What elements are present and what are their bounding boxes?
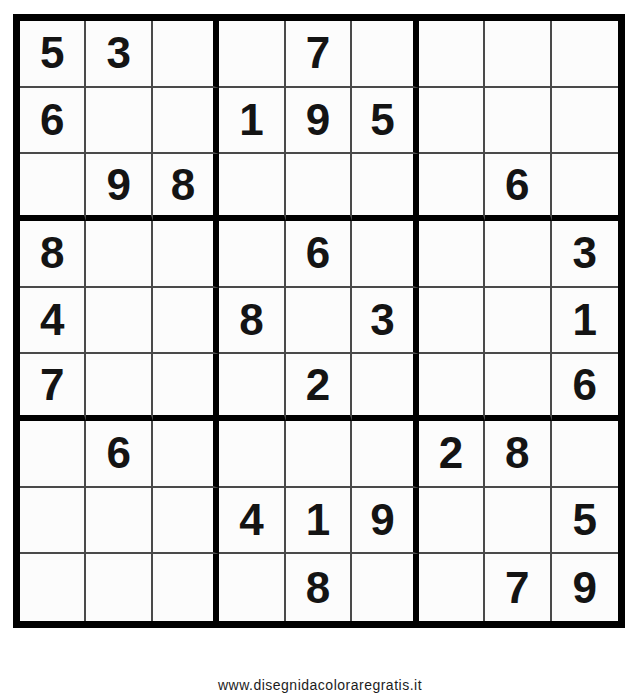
sudoku-cell[interactable]	[419, 221, 485, 288]
sudoku-cell[interactable]	[485, 221, 551, 288]
sudoku-cell[interactable]: 7	[485, 554, 551, 621]
sudoku-cell[interactable]	[153, 421, 219, 488]
sudoku-cell[interactable]	[485, 21, 551, 88]
sudoku-cell[interactable]	[219, 21, 285, 88]
sudoku-cell[interactable]: 8	[219, 288, 285, 355]
sudoku-cell[interactable]: 2	[286, 354, 352, 421]
sudoku-cell[interactable]: 3	[86, 21, 152, 88]
sudoku-cell[interactable]	[219, 354, 285, 421]
sudoku-cell[interactable]	[485, 88, 551, 155]
sudoku-cell[interactable]	[419, 88, 485, 155]
sudoku-cell[interactable]	[219, 421, 285, 488]
sudoku-cell[interactable]: 3	[352, 288, 418, 355]
sudoku-cell[interactable]	[219, 554, 285, 621]
sudoku-cell[interactable]: 9	[552, 554, 618, 621]
sudoku-cell[interactable]: 2	[419, 421, 485, 488]
sudoku-cell[interactable]	[419, 21, 485, 88]
sudoku-board: 537619598686348317266284195879	[13, 14, 625, 628]
sudoku-cell[interactable]	[419, 488, 485, 555]
sudoku-cell[interactable]	[219, 221, 285, 288]
watermark-text: www.disegnidacoloraregratis.it	[0, 677, 640, 693]
sudoku-cell[interactable]: 8	[485, 421, 551, 488]
sudoku-cell[interactable]	[419, 154, 485, 221]
sudoku-cell[interactable]: 7	[286, 21, 352, 88]
sudoku-cell[interactable]	[86, 221, 152, 288]
sudoku-cell[interactable]: 9	[286, 88, 352, 155]
sudoku-cell[interactable]: 8	[20, 221, 86, 288]
sudoku-cell[interactable]	[153, 488, 219, 555]
sudoku-cell[interactable]	[86, 554, 152, 621]
sudoku-cell[interactable]	[352, 221, 418, 288]
sudoku-cell[interactable]: 6	[286, 221, 352, 288]
sudoku-cell[interactable]	[153, 21, 219, 88]
sudoku-cell[interactable]: 1	[219, 88, 285, 155]
sudoku-cell[interactable]	[219, 154, 285, 221]
sudoku-cell[interactable]	[485, 488, 551, 555]
sudoku-cell[interactable]: 5	[20, 21, 86, 88]
sudoku-cell[interactable]	[86, 88, 152, 155]
sudoku-cell[interactable]	[20, 554, 86, 621]
sudoku-cell[interactable]	[419, 288, 485, 355]
sudoku-cell[interactable]	[153, 221, 219, 288]
sudoku-cell[interactable]: 1	[286, 488, 352, 555]
sudoku-cell[interactable]: 3	[552, 221, 618, 288]
sudoku-cell[interactable]	[153, 288, 219, 355]
sudoku-cell[interactable]: 9	[86, 154, 152, 221]
sudoku-cell[interactable]	[153, 88, 219, 155]
sudoku-cell[interactable]	[286, 154, 352, 221]
sudoku-cell[interactable]	[153, 554, 219, 621]
sudoku-cell[interactable]	[485, 354, 551, 421]
sudoku-cell[interactable]	[286, 288, 352, 355]
sudoku-cell[interactable]	[352, 554, 418, 621]
sudoku-cell[interactable]	[552, 21, 618, 88]
sudoku-cell[interactable]: 7	[20, 354, 86, 421]
sudoku-cell[interactable]: 4	[219, 488, 285, 555]
sudoku-cell[interactable]	[352, 154, 418, 221]
sudoku-cell[interactable]: 8	[153, 154, 219, 221]
sudoku-cell[interactable]	[86, 354, 152, 421]
sudoku-cell[interactable]: 6	[485, 154, 551, 221]
sudoku-grid: 537619598686348317266284195879	[20, 21, 618, 621]
sudoku-cell[interactable]	[552, 421, 618, 488]
sudoku-cell[interactable]: 8	[286, 554, 352, 621]
sudoku-cell[interactable]	[20, 154, 86, 221]
sudoku-cell[interactable]	[352, 421, 418, 488]
sudoku-cell[interactable]	[153, 354, 219, 421]
sudoku-cell[interactable]: 6	[86, 421, 152, 488]
sudoku-cell[interactable]	[20, 421, 86, 488]
sudoku-cell[interactable]: 5	[552, 488, 618, 555]
sudoku-cell[interactable]: 6	[20, 88, 86, 155]
sudoku-cell[interactable]: 5	[352, 88, 418, 155]
sudoku-cell[interactable]	[352, 354, 418, 421]
sudoku-cell[interactable]	[286, 421, 352, 488]
sudoku-cell[interactable]	[552, 154, 618, 221]
sudoku-cell[interactable]: 1	[552, 288, 618, 355]
sudoku-cell[interactable]	[86, 288, 152, 355]
sudoku-cell[interactable]	[419, 554, 485, 621]
sudoku-cell[interactable]: 6	[552, 354, 618, 421]
sudoku-cell[interactable]: 9	[352, 488, 418, 555]
sudoku-cell[interactable]	[352, 21, 418, 88]
sudoku-cell[interactable]: 4	[20, 288, 86, 355]
sudoku-cell[interactable]	[20, 488, 86, 555]
sudoku-cell[interactable]	[552, 88, 618, 155]
sudoku-cell[interactable]	[86, 488, 152, 555]
sudoku-cell[interactable]	[419, 354, 485, 421]
sudoku-cell[interactable]	[485, 288, 551, 355]
